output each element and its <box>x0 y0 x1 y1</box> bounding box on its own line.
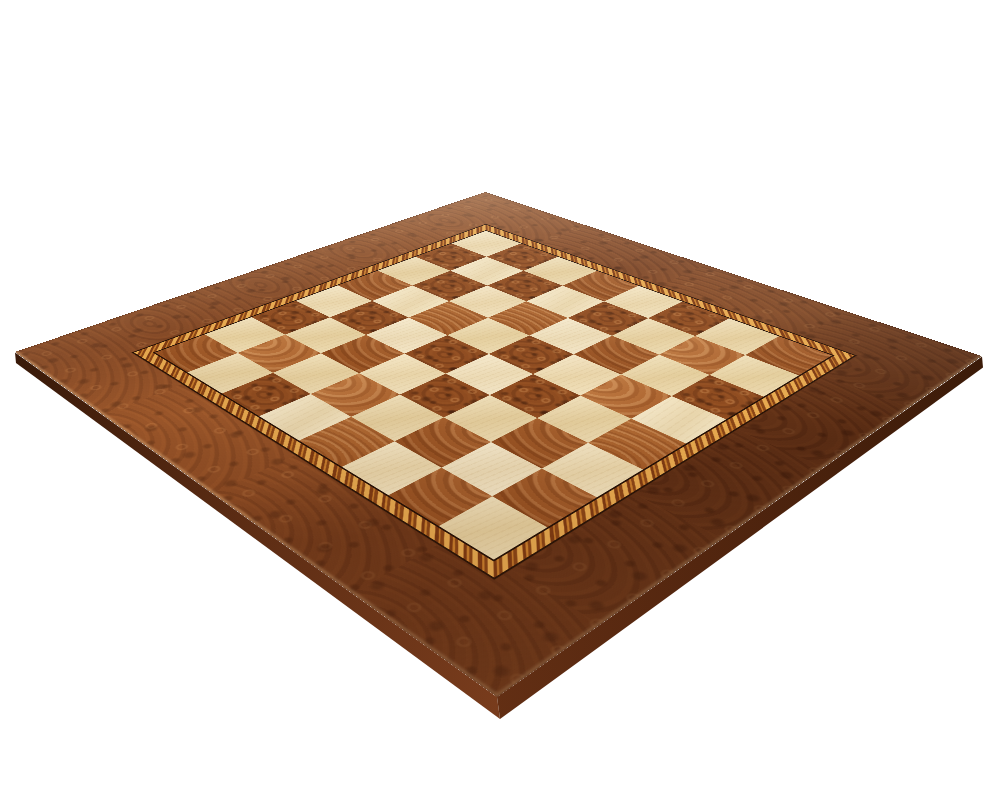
chess-board <box>15 192 982 697</box>
product-photo-stage <box>0 0 1000 800</box>
